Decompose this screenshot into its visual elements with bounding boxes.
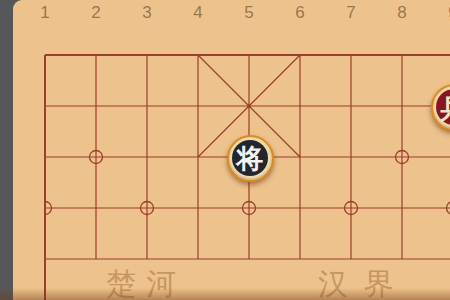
piece-glyph: 将 — [237, 145, 264, 172]
pieces-layer: 将兵 — [20, 30, 450, 285]
piece-red-soldier[interactable]: 兵 — [431, 84, 450, 131]
piece-face: 将 — [232, 140, 268, 176]
xiangqi-board-screen: 1 2 3 4 5 6 7 8 9 楚河 汉界 将兵 — [0, 0, 450, 300]
piece-face: 兵 — [436, 89, 450, 125]
piece-black-general[interactable]: 将 — [227, 135, 274, 182]
piece-glyph: 兵 — [441, 94, 450, 121]
